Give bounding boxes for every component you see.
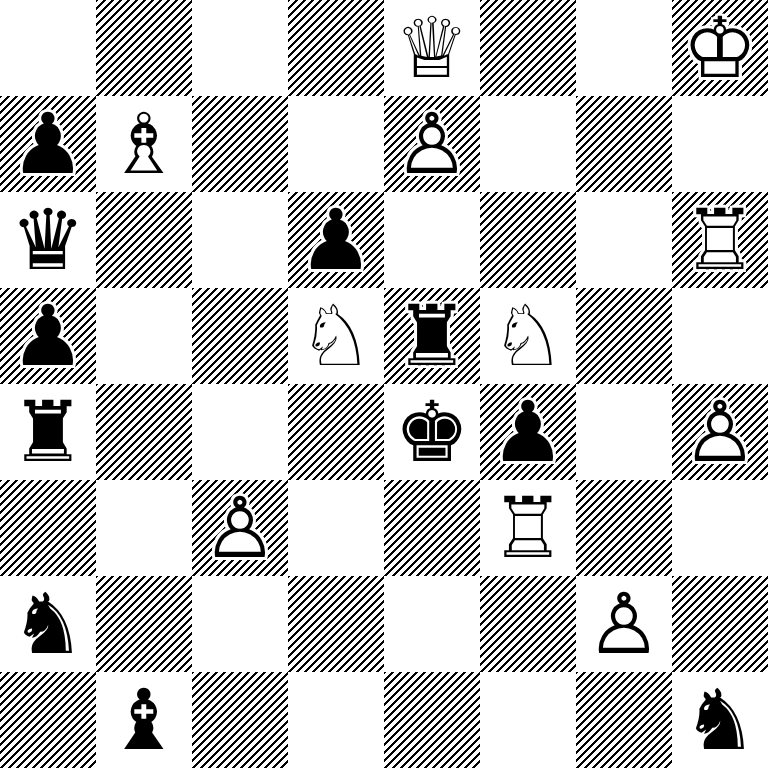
square-e2[interactable] <box>384 576 480 672</box>
square-c3[interactable]: ♟♙ <box>192 480 288 576</box>
square-h1[interactable]: ♞♞ <box>672 672 768 768</box>
square-a3[interactable] <box>0 480 96 576</box>
square-e6[interactable] <box>384 192 480 288</box>
square-d8[interactable] <box>288 0 384 96</box>
square-h5[interactable] <box>672 288 768 384</box>
white-king-glyph-icon: ♔ <box>672 0 768 96</box>
square-c4[interactable] <box>192 384 288 480</box>
black-knight-halo: ♞ <box>0 576 96 672</box>
black-knight-halo: ♞ <box>672 672 768 768</box>
white-rook: ♜♖ <box>672 192 768 288</box>
square-h8[interactable]: ♚♔ <box>672 0 768 96</box>
white-rook-glyph-icon: ♖ <box>480 480 576 576</box>
square-a7[interactable]: ♟♟ <box>0 96 96 192</box>
square-g5[interactable] <box>576 288 672 384</box>
black-rook-halo: ♜ <box>384 288 480 384</box>
black-rook-glyph-icon: ♜ <box>0 384 96 480</box>
black-pawn-halo: ♟ <box>0 96 96 192</box>
square-g1[interactable] <box>576 672 672 768</box>
square-d7[interactable] <box>288 96 384 192</box>
square-h2[interactable] <box>672 576 768 672</box>
square-e5[interactable]: ♜♜ <box>384 288 480 384</box>
white-rook-halo: ♜ <box>480 480 576 576</box>
square-d4[interactable] <box>288 384 384 480</box>
black-pawn-glyph-icon: ♟ <box>288 192 384 288</box>
white-bishop-halo: ♝ <box>96 96 192 192</box>
white-pawn: ♟♙ <box>576 576 672 672</box>
square-c8[interactable] <box>192 0 288 96</box>
white-pawn-halo: ♟ <box>192 480 288 576</box>
white-pawn-halo: ♟ <box>576 576 672 672</box>
square-b2[interactable] <box>96 576 192 672</box>
white-queen-halo: ♛ <box>384 0 480 96</box>
black-pawn-halo: ♟ <box>0 288 96 384</box>
black-knight-glyph-icon: ♞ <box>0 576 96 672</box>
square-f5[interactable]: ♞♘ <box>480 288 576 384</box>
black-rook-glyph-icon: ♜ <box>384 288 480 384</box>
white-rook-halo: ♜ <box>672 192 768 288</box>
square-f2[interactable] <box>480 576 576 672</box>
square-d3[interactable] <box>288 480 384 576</box>
black-pawn-halo: ♟ <box>288 192 384 288</box>
white-pawn: ♟♙ <box>384 96 480 192</box>
white-king-halo: ♚ <box>672 0 768 96</box>
square-f3[interactable]: ♜♖ <box>480 480 576 576</box>
black-knight: ♞♞ <box>672 672 768 768</box>
black-pawn: ♟♟ <box>0 96 96 192</box>
white-rook-glyph-icon: ♖ <box>672 192 768 288</box>
square-f6[interactable] <box>480 192 576 288</box>
square-h3[interactable] <box>672 480 768 576</box>
square-c1[interactable] <box>192 672 288 768</box>
white-pawn-glyph-icon: ♙ <box>576 576 672 672</box>
white-pawn-halo: ♟ <box>672 384 768 480</box>
square-h6[interactable]: ♜♖ <box>672 192 768 288</box>
square-d1[interactable] <box>288 672 384 768</box>
square-f1[interactable] <box>480 672 576 768</box>
black-pawn-glyph-icon: ♟ <box>0 288 96 384</box>
square-a4[interactable]: ♜♜ <box>0 384 96 480</box>
white-pawn: ♟♙ <box>192 480 288 576</box>
square-e4[interactable]: ♚♚ <box>384 384 480 480</box>
square-b4[interactable] <box>96 384 192 480</box>
black-knight-glyph-icon: ♞ <box>672 672 768 768</box>
square-b5[interactable] <box>96 288 192 384</box>
square-h7[interactable] <box>672 96 768 192</box>
square-b6[interactable] <box>96 192 192 288</box>
white-pawn-glyph-icon: ♙ <box>672 384 768 480</box>
black-bishop-halo: ♝ <box>96 672 192 768</box>
white-pawn-glyph-icon: ♙ <box>384 96 480 192</box>
square-c7[interactable] <box>192 96 288 192</box>
white-knight-glyph-icon: ♘ <box>480 288 576 384</box>
black-rook: ♜♜ <box>384 288 480 384</box>
black-pawn-glyph-icon: ♟ <box>0 96 96 192</box>
square-b3[interactable] <box>96 480 192 576</box>
square-d6[interactable]: ♟♟ <box>288 192 384 288</box>
white-king: ♚♔ <box>672 0 768 96</box>
square-g7[interactable] <box>576 96 672 192</box>
square-g2[interactable]: ♟♙ <box>576 576 672 672</box>
white-rook: ♜♖ <box>480 480 576 576</box>
square-f7[interactable] <box>480 96 576 192</box>
black-pawn: ♟♟ <box>480 384 576 480</box>
black-pawn-halo: ♟ <box>480 384 576 480</box>
square-b8[interactable] <box>96 0 192 96</box>
white-knight: ♞♘ <box>480 288 576 384</box>
square-b7[interactable]: ♝♗ <box>96 96 192 192</box>
square-d2[interactable] <box>288 576 384 672</box>
square-g8[interactable] <box>576 0 672 96</box>
white-knight-halo: ♞ <box>480 288 576 384</box>
square-a8[interactable] <box>0 0 96 96</box>
white-queen: ♛♕ <box>384 0 480 96</box>
white-bishop: ♝♗ <box>96 96 192 192</box>
black-king-glyph-icon: ♚ <box>384 384 480 480</box>
black-queen-glyph-icon: ♛ <box>0 192 96 288</box>
black-pawn: ♟♟ <box>288 192 384 288</box>
square-c2[interactable] <box>192 576 288 672</box>
square-e7[interactable]: ♟♙ <box>384 96 480 192</box>
square-e8[interactable]: ♛♕ <box>384 0 480 96</box>
square-g6[interactable] <box>576 192 672 288</box>
square-g4[interactable] <box>576 384 672 480</box>
square-f4[interactable]: ♟♟ <box>480 384 576 480</box>
chess-board: ♛♕♚♔♟♟♝♗♟♙♛♛♟♟♜♖♟♟♞♘♜♜♞♘♜♜♚♚♟♟♟♙♟♙♜♖♞♞♟♙… <box>0 0 768 768</box>
white-pawn-halo: ♟ <box>384 96 480 192</box>
black-queen-halo: ♛ <box>0 192 96 288</box>
white-pawn-glyph-icon: ♙ <box>192 480 288 576</box>
black-bishop-glyph-icon: ♝ <box>96 672 192 768</box>
white-queen-glyph-icon: ♕ <box>384 0 480 96</box>
square-g3[interactable] <box>576 480 672 576</box>
black-king: ♚♚ <box>384 384 480 480</box>
black-rook-halo: ♜ <box>0 384 96 480</box>
white-knight: ♞♘ <box>288 288 384 384</box>
white-pawn: ♟♙ <box>672 384 768 480</box>
black-rook: ♜♜ <box>0 384 96 480</box>
square-a2[interactable]: ♞♞ <box>0 576 96 672</box>
square-c6[interactable] <box>192 192 288 288</box>
black-pawn-glyph-icon: ♟ <box>480 384 576 480</box>
black-bishop: ♝♝ <box>96 672 192 768</box>
square-h4[interactable]: ♟♙ <box>672 384 768 480</box>
black-pawn: ♟♟ <box>0 288 96 384</box>
square-f8[interactable] <box>480 0 576 96</box>
square-a5[interactable]: ♟♟ <box>0 288 96 384</box>
square-a1[interactable] <box>0 672 96 768</box>
square-b1[interactable]: ♝♝ <box>96 672 192 768</box>
black-knight: ♞♞ <box>0 576 96 672</box>
white-bishop-glyph-icon: ♗ <box>96 96 192 192</box>
white-knight-glyph-icon: ♘ <box>288 288 384 384</box>
square-e1[interactable] <box>384 672 480 768</box>
square-e3[interactable] <box>384 480 480 576</box>
square-a6[interactable]: ♛♛ <box>0 192 96 288</box>
black-king-halo: ♚ <box>384 384 480 480</box>
black-queen: ♛♛ <box>0 192 96 288</box>
square-c5[interactable] <box>192 288 288 384</box>
square-d5[interactable]: ♞♘ <box>288 288 384 384</box>
white-knight-halo: ♞ <box>288 288 384 384</box>
